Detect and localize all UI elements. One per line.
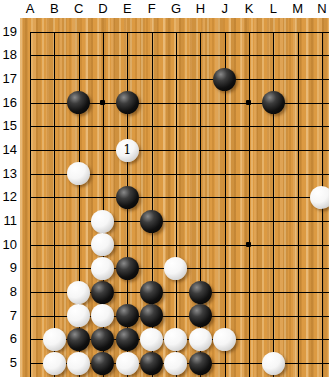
grid-line-v-B (54, 32, 55, 377)
stone-black-D6 (91, 328, 114, 351)
row-label-12: 12 (0, 190, 17, 204)
stone-black-H5 (189, 352, 212, 375)
go-board[interactable]: 1 (20, 18, 329, 377)
stone-black-F11 (140, 210, 163, 233)
stone-white-D11 (91, 210, 114, 233)
row-label-7: 7 (0, 309, 17, 323)
column-label-F: F (142, 1, 162, 17)
grid-line-h-19 (30, 32, 329, 33)
column-label-E: E (117, 1, 137, 17)
stone-white-L5 (262, 352, 285, 375)
stone-white-B6 (43, 328, 66, 351)
column-label-N: N (312, 1, 329, 17)
stone-black-J17 (213, 68, 236, 91)
stone-white-C7 (67, 304, 90, 327)
grid-line-h-15 (30, 126, 329, 127)
stone-black-E12 (116, 186, 139, 209)
row-label-18: 18 (0, 48, 17, 62)
column-label-A: A (20, 1, 40, 17)
star-point-K16 (246, 100, 251, 105)
grid-line-v-A (30, 32, 31, 377)
row-label-5: 5 (0, 356, 17, 370)
star-point-K10 (246, 242, 251, 247)
row-label-9: 9 (0, 261, 17, 275)
grid-line-v-M (298, 32, 299, 377)
grid-line-v-K (249, 32, 250, 377)
column-label-L: L (263, 1, 283, 17)
stone-black-D5 (91, 352, 114, 375)
row-label-10: 10 (0, 238, 17, 252)
row-label-8: 8 (0, 285, 17, 299)
column-label-H: H (190, 1, 210, 17)
stone-white-D7 (91, 304, 114, 327)
stone-black-E6 (116, 328, 139, 351)
row-labels-gutter: 1918171615141312111098765 (0, 0, 20, 377)
column-label-J: J (215, 1, 235, 17)
column-label-B: B (44, 1, 64, 17)
star-point-D16 (100, 100, 105, 105)
grid-line-v-G (176, 32, 177, 377)
grid-line-h-14 (30, 150, 329, 151)
column-label-C: C (69, 1, 89, 17)
column-label-G: G (166, 1, 186, 17)
stone-white-G5 (164, 352, 187, 375)
stone-black-E9 (116, 257, 139, 280)
stone-black-C6 (67, 328, 90, 351)
stone-black-L16 (262, 91, 285, 114)
grid-line-h-10 (30, 245, 329, 246)
stone-black-D8 (91, 281, 114, 304)
stone-white-N12 (310, 186, 329, 209)
grid-line-h-18 (30, 55, 329, 56)
stone-black-F5 (140, 352, 163, 375)
column-label-D: D (93, 1, 113, 17)
stone-black-E7 (116, 304, 139, 327)
stone-white-C13 (67, 162, 90, 185)
row-label-16: 16 (0, 96, 17, 110)
row-label-17: 17 (0, 72, 17, 86)
stone-black-C16 (67, 91, 90, 114)
row-label-11: 11 (0, 214, 17, 228)
stone-white-C5 (67, 352, 90, 375)
stone-white-G6 (164, 328, 187, 351)
stone-white-H6 (189, 328, 212, 351)
column-label-K: K (239, 1, 259, 17)
move-number-label: 1 (124, 144, 132, 156)
stone-white-E14: 1 (116, 139, 139, 162)
stone-white-D10 (91, 233, 114, 256)
column-labels-gutter: ABCDEFGHJKLMN (0, 0, 329, 18)
stone-black-F8 (140, 281, 163, 304)
grid-line-v-L (273, 32, 274, 377)
grid-line-h-11 (30, 221, 329, 222)
stone-black-H7 (189, 304, 212, 327)
stone-white-C8 (67, 281, 90, 304)
column-label-M: M (288, 1, 308, 17)
go-diagram: 1 ABCDEFGHJKLMN 191817161514131211109876… (0, 0, 329, 377)
stone-black-H8 (189, 281, 212, 304)
row-label-19: 19 (0, 25, 17, 39)
row-label-6: 6 (0, 332, 17, 346)
stone-white-G9 (164, 257, 187, 280)
stone-white-E5 (116, 352, 139, 375)
row-label-15: 15 (0, 119, 17, 133)
stone-white-B5 (43, 352, 66, 375)
stone-black-F7 (140, 304, 163, 327)
row-label-13: 13 (0, 167, 17, 181)
stone-white-D9 (91, 257, 114, 280)
stone-white-F6 (140, 328, 163, 351)
stone-white-J6 (213, 328, 236, 351)
grid-line-h-12 (30, 197, 329, 198)
row-label-14: 14 (0, 143, 17, 157)
stone-black-E16 (116, 91, 139, 114)
grid-line-h-17 (30, 79, 329, 80)
